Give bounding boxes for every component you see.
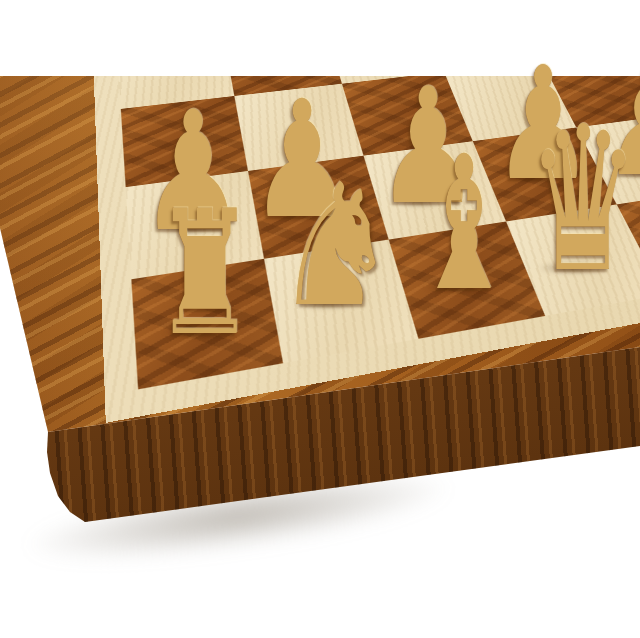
square-d5 [397,0,510,12]
square-b5 [212,0,323,31]
product-photo: ♟♟♟♟♟♛♝♞♜ [0,0,640,638]
square-c5 [307,0,419,21]
white-rook-a1-glyph: ♜ [154,188,256,360]
square-a5 [113,0,222,42]
white-bishop-c1-glyph: ♝ [413,132,516,317]
white-knight-b1-glyph: ♞ [274,162,397,330]
square-e5 [484,0,598,3]
white-queen-d1-glyph: ♛ [527,100,638,300]
